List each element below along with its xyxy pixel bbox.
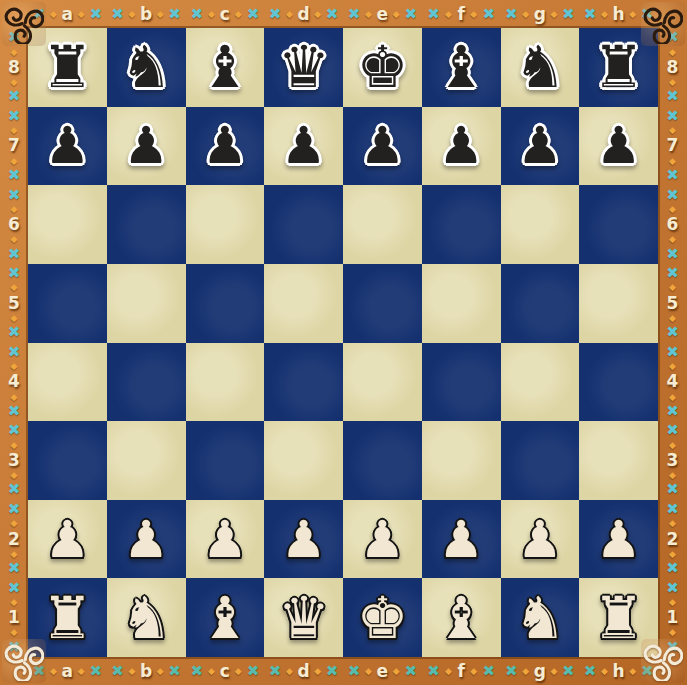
x-pattern-icon: ✖ <box>483 664 496 679</box>
piece-white-knight[interactable]: ♞ <box>501 578 580 657</box>
x-pattern-icon: ✖ <box>666 266 679 281</box>
diamond-icon: ◆ <box>669 235 676 244</box>
square-g8[interactable]: ♞ <box>501 28 580 107</box>
square-a5[interactable] <box>28 264 107 343</box>
diamond-icon: ◆ <box>470 10 477 19</box>
square-g4[interactable] <box>501 343 580 422</box>
diamond-icon: ◆ <box>669 314 676 323</box>
diamond-icon: ◆ <box>11 471 18 480</box>
diamond-icon: ◆ <box>78 667 85 676</box>
x-pattern-icon: ✖ <box>89 7 102 22</box>
piece-white-pawn[interactable]: ♟ <box>107 500 186 579</box>
coord-cell-7: ✖◆7◆✖ <box>0 107 28 186</box>
diamond-icon: ◆ <box>669 48 676 57</box>
square-h6[interactable] <box>579 185 658 264</box>
square-f4[interactable] <box>422 343 501 422</box>
square-b7[interactable]: ♟ <box>107 107 186 186</box>
diamond-icon: ◆ <box>669 157 676 166</box>
x-pattern-icon: ✖ <box>89 664 102 679</box>
rank-label-5: 5 <box>8 295 20 312</box>
rank-label-6: 6 <box>667 216 679 233</box>
coord-cell-g: ✖◆g◆✖ <box>501 0 580 28</box>
square-g3[interactable] <box>501 421 580 500</box>
diamond-icon: ◆ <box>78 10 85 19</box>
diamond-icon: ◆ <box>669 628 676 637</box>
square-e1[interactable]: ♚ <box>343 578 422 657</box>
coord-cell-3: ✖◆3◆✖ <box>658 421 687 500</box>
square-f1[interactable]: ♝ <box>422 578 501 657</box>
piece-black-pawn[interactable]: ♟ <box>343 107 422 186</box>
diamond-icon: ◆ <box>157 10 164 19</box>
diamond-icon: ◆ <box>11 48 18 57</box>
diamond-icon: ◆ <box>365 10 372 19</box>
diamond-icon: ◆ <box>208 667 215 676</box>
rank-label-3: 3 <box>8 452 20 469</box>
diamond-icon: ◆ <box>11 78 18 87</box>
square-b3[interactable] <box>107 421 186 500</box>
rank-label-1: 1 <box>8 609 20 626</box>
square-b5[interactable] <box>107 264 186 343</box>
diamond-icon: ◆ <box>208 10 215 19</box>
piece-black-pawn[interactable]: ♟ <box>422 107 501 186</box>
x-pattern-icon: ✖ <box>483 7 496 22</box>
diamond-icon: ◆ <box>629 10 636 19</box>
diamond-icon: ◆ <box>365 667 372 676</box>
diamond-icon: ◆ <box>669 471 676 480</box>
piece-black-queen[interactable]: ♛ <box>264 28 343 107</box>
square-c7[interactable]: ♟ <box>186 107 265 186</box>
coord-cell-b: ✖◆b◆✖ <box>107 0 186 28</box>
x-pattern-icon: ✖ <box>666 188 679 203</box>
diamond-icon: ◆ <box>11 157 18 166</box>
x-pattern-icon: ✖ <box>168 664 181 679</box>
rank-label-1: 1 <box>667 609 679 626</box>
square-b4[interactable] <box>107 343 186 422</box>
file-label-b: b <box>140 6 152 23</box>
file-label-e: e <box>377 6 389 23</box>
x-pattern-icon: ✖ <box>666 89 679 104</box>
square-d6[interactable] <box>264 185 343 264</box>
x-pattern-icon: ✖ <box>562 664 575 679</box>
x-pattern-icon: ✖ <box>8 325 21 340</box>
file-label-f: f <box>457 663 464 680</box>
x-pattern-icon: ✖ <box>8 423 21 438</box>
piece-white-pawn[interactable]: ♟ <box>501 500 580 579</box>
diamond-icon: ◆ <box>669 598 676 607</box>
triskelion-icon <box>643 4 683 44</box>
square-g6[interactable] <box>501 185 580 264</box>
square-c6[interactable] <box>186 185 265 264</box>
corner-ornament-top-right <box>641 2 685 46</box>
x-pattern-icon: ✖ <box>666 345 679 360</box>
x-pattern-icon: ✖ <box>326 664 339 679</box>
rank-label-3: 3 <box>667 452 679 469</box>
coord-cell-5: ✖◆5◆✖ <box>0 264 28 343</box>
piece-black-pawn[interactable]: ♟ <box>107 107 186 186</box>
square-a2[interactable]: ♟ <box>28 500 107 579</box>
diamond-icon: ◆ <box>669 205 676 214</box>
square-d7[interactable]: ♟ <box>264 107 343 186</box>
square-d4[interactable] <box>264 343 343 422</box>
x-pattern-icon: ✖ <box>247 7 260 22</box>
rank-label-8: 8 <box>667 59 679 76</box>
square-d1[interactable]: ♛ <box>264 578 343 657</box>
diamond-icon: ◆ <box>601 10 608 19</box>
diamond-icon: ◆ <box>669 283 676 292</box>
square-g1[interactable]: ♞ <box>501 578 580 657</box>
file-label-a: a <box>62 663 73 680</box>
x-pattern-icon: ✖ <box>348 7 361 22</box>
diamond-icon: ◆ <box>11 235 18 244</box>
file-label-h: h <box>613 663 625 680</box>
square-f8[interactable]: ♝ <box>422 28 501 107</box>
x-pattern-icon: ✖ <box>8 345 21 360</box>
diamond-icon: ◆ <box>551 10 558 19</box>
diamond-icon: ◆ <box>11 393 18 402</box>
rank-label-2: 2 <box>667 531 679 548</box>
file-labels-bottom: ✖◆a◆✖✖◆b◆✖✖◆c◆✖✖◆d◆✖✖◆e◆✖✖◆f◆✖✖◆g◆✖✖◆h◆✖ <box>28 657 658 685</box>
coord-cell-e: ✖◆e◆✖ <box>343 657 422 685</box>
diamond-icon: ◆ <box>286 10 293 19</box>
x-pattern-icon: ✖ <box>666 423 679 438</box>
x-pattern-icon: ✖ <box>8 89 21 104</box>
square-g2[interactable]: ♟ <box>501 500 580 579</box>
diamond-icon: ◆ <box>11 126 18 135</box>
x-pattern-icon: ✖ <box>326 7 339 22</box>
diamond-icon: ◆ <box>235 667 242 676</box>
square-b6[interactable] <box>107 185 186 264</box>
diamond-icon: ◆ <box>669 550 676 559</box>
x-pattern-icon: ✖ <box>584 7 597 22</box>
square-c2[interactable]: ♟ <box>186 500 265 579</box>
diamond-icon: ◆ <box>551 667 558 676</box>
triskelion-icon <box>4 4 44 44</box>
x-pattern-icon: ✖ <box>247 664 260 679</box>
piece-white-king[interactable]: ♚ <box>343 578 422 657</box>
x-pattern-icon: ✖ <box>404 664 417 679</box>
coord-cell-g: ✖◆g◆✖ <box>501 657 580 685</box>
coord-cell-3: ✖◆3◆✖ <box>0 421 28 500</box>
square-f5[interactable] <box>422 264 501 343</box>
piece-white-pawn[interactable]: ♟ <box>28 500 107 579</box>
x-pattern-icon: ✖ <box>168 7 181 22</box>
piece-white-queen[interactable]: ♛ <box>264 578 343 657</box>
diamond-icon: ◆ <box>445 10 452 19</box>
diamond-icon: ◆ <box>669 393 676 402</box>
piece-white-bishop[interactable]: ♝ <box>422 578 501 657</box>
square-e2[interactable]: ♟ <box>343 500 422 579</box>
x-pattern-icon: ✖ <box>8 502 21 517</box>
rank-label-4: 4 <box>8 373 20 390</box>
coord-cell-c: ✖◆c◆✖ <box>186 657 265 685</box>
piece-black-bishop[interactable]: ♝ <box>186 28 265 107</box>
diamond-icon: ◆ <box>669 441 676 450</box>
x-pattern-icon: ✖ <box>666 109 679 124</box>
piece-black-pawn[interactable]: ♟ <box>186 107 265 186</box>
diamond-icon: ◆ <box>470 667 477 676</box>
piece-white-pawn[interactable]: ♟ <box>579 500 658 579</box>
coord-cell-2: ✖◆2◆✖ <box>0 500 28 579</box>
coord-cell-6: ✖◆6◆✖ <box>0 185 28 264</box>
piece-white-pawn[interactable]: ♟ <box>186 500 265 579</box>
square-f6[interactable] <box>422 185 501 264</box>
square-d8[interactable]: ♛ <box>264 28 343 107</box>
diamond-icon: ◆ <box>11 205 18 214</box>
square-c3[interactable] <box>186 421 265 500</box>
square-b2[interactable]: ♟ <box>107 500 186 579</box>
diamond-icon: ◆ <box>11 441 18 450</box>
x-pattern-icon: ✖ <box>8 188 21 203</box>
coord-cell-4: ✖◆4◆✖ <box>658 343 687 422</box>
diamond-icon: ◆ <box>522 10 529 19</box>
square-e7[interactable]: ♟ <box>343 107 422 186</box>
x-pattern-icon: ✖ <box>8 247 21 262</box>
diamond-icon: ◆ <box>11 550 18 559</box>
coord-cell-e: ✖◆e◆✖ <box>343 0 422 28</box>
x-pattern-icon: ✖ <box>8 266 21 281</box>
square-a7[interactable]: ♟ <box>28 107 107 186</box>
diamond-icon: ◆ <box>669 126 676 135</box>
diamond-icon: ◆ <box>11 283 18 292</box>
corner-ornament-bottom-right <box>641 639 685 683</box>
diamond-icon: ◆ <box>669 78 676 87</box>
square-f7[interactable]: ♟ <box>422 107 501 186</box>
piece-black-bishop[interactable]: ♝ <box>422 28 501 107</box>
square-d5[interactable] <box>264 264 343 343</box>
diamond-icon: ◆ <box>50 667 57 676</box>
x-pattern-icon: ✖ <box>666 247 679 262</box>
x-pattern-icon: ✖ <box>427 664 440 679</box>
x-pattern-icon: ✖ <box>666 502 679 517</box>
diamond-icon: ◆ <box>157 667 164 676</box>
x-pattern-icon: ✖ <box>505 7 518 22</box>
triskelion-icon <box>4 641 44 681</box>
coord-cell-4: ✖◆4◆✖ <box>0 343 28 422</box>
diamond-icon: ◆ <box>629 667 636 676</box>
diamond-icon: ◆ <box>314 667 321 676</box>
board: ♜♞♝♛♚♝♞♜♟♟♟♟♟♟♟♟♟♟♟♟♟♟♟♟♜♞♝♛♚♝♞♜ <box>28 28 658 657</box>
x-pattern-icon: ✖ <box>269 7 282 22</box>
x-pattern-icon: ✖ <box>348 664 361 679</box>
triskelion-icon <box>643 641 683 681</box>
x-pattern-icon: ✖ <box>505 664 518 679</box>
diamond-icon: ◆ <box>11 519 18 528</box>
square-h3[interactable] <box>579 421 658 500</box>
corner-ornament-top-left <box>2 2 46 46</box>
square-d2[interactable]: ♟ <box>264 500 343 579</box>
coord-cell-2: ✖◆2◆✖ <box>658 500 687 579</box>
piece-black-knight[interactable]: ♞ <box>501 28 580 107</box>
file-label-b: b <box>140 663 152 680</box>
coord-cell-7: ✖◆7◆✖ <box>658 107 687 186</box>
piece-white-bishop[interactable]: ♝ <box>186 578 265 657</box>
piece-black-pawn[interactable]: ♟ <box>501 107 580 186</box>
x-pattern-icon: ✖ <box>8 581 21 596</box>
square-g5[interactable] <box>501 264 580 343</box>
square-e6[interactable] <box>343 185 422 264</box>
chess-board-frame: ✖◆a◆✖✖◆b◆✖✖◆c◆✖✖◆d◆✖✖◆e◆✖✖◆f◆✖✖◆g◆✖✖◆h◆✖… <box>0 0 687 685</box>
file-label-e: e <box>377 663 389 680</box>
diamond-icon: ◆ <box>445 667 452 676</box>
file-label-f: f <box>457 6 464 23</box>
piece-black-king[interactable]: ♚ <box>343 28 422 107</box>
x-pattern-icon: ✖ <box>666 404 679 419</box>
x-pattern-icon: ✖ <box>111 7 124 22</box>
file-label-g: g <box>534 663 546 680</box>
square-a6[interactable] <box>28 185 107 264</box>
coord-cell-f: ✖◆f◆✖ <box>422 657 501 685</box>
x-pattern-icon: ✖ <box>190 7 203 22</box>
x-pattern-icon: ✖ <box>427 7 440 22</box>
square-c1[interactable]: ♝ <box>186 578 265 657</box>
file-label-d: d <box>298 6 310 23</box>
square-g7[interactable]: ♟ <box>501 107 580 186</box>
piece-black-pawn[interactable]: ♟ <box>28 107 107 186</box>
coord-cell-c: ✖◆c◆✖ <box>186 0 265 28</box>
square-h7[interactable]: ♟ <box>579 107 658 186</box>
square-f2[interactable]: ♟ <box>422 500 501 579</box>
square-b8[interactable]: ♞ <box>107 28 186 107</box>
x-pattern-icon: ✖ <box>190 664 203 679</box>
piece-black-pawn[interactable]: ♟ <box>579 107 658 186</box>
square-h2[interactable]: ♟ <box>579 500 658 579</box>
diamond-icon: ◆ <box>669 362 676 371</box>
piece-black-knight[interactable]: ♞ <box>107 28 186 107</box>
x-pattern-icon: ✖ <box>404 7 417 22</box>
rank-label-4: 4 <box>667 373 679 390</box>
square-f3[interactable] <box>422 421 501 500</box>
file-label-d: d <box>298 663 310 680</box>
corner-ornament-bottom-left <box>2 639 46 683</box>
square-e5[interactable] <box>343 264 422 343</box>
square-c8[interactable]: ♝ <box>186 28 265 107</box>
x-pattern-icon: ✖ <box>111 664 124 679</box>
file-label-c: c <box>220 663 230 680</box>
square-e3[interactable] <box>343 421 422 500</box>
rank-label-5: 5 <box>667 295 679 312</box>
rank-label-7: 7 <box>8 137 20 154</box>
file-labels-top: ✖◆a◆✖✖◆b◆✖✖◆c◆✖✖◆d◆✖✖◆e◆✖✖◆f◆✖✖◆g◆✖✖◆h◆✖ <box>28 0 658 28</box>
file-label-h: h <box>613 6 625 23</box>
rank-labels-left: ✖◆8◆✖✖◆7◆✖✖◆6◆✖✖◆5◆✖✖◆4◆✖✖◆3◆✖✖◆2◆✖✖◆1◆✖ <box>0 28 28 657</box>
diamond-icon: ◆ <box>129 10 136 19</box>
rank-labels-right: ✖◆8◆✖✖◆7◆✖✖◆6◆✖✖◆5◆✖✖◆4◆✖✖◆3◆✖✖◆2◆✖✖◆1◆✖ <box>658 28 687 657</box>
x-pattern-icon: ✖ <box>666 168 679 183</box>
x-pattern-icon: ✖ <box>269 664 282 679</box>
x-pattern-icon: ✖ <box>562 7 575 22</box>
diamond-icon: ◆ <box>314 10 321 19</box>
square-d3[interactable] <box>264 421 343 500</box>
x-pattern-icon: ✖ <box>666 325 679 340</box>
piece-white-pawn[interactable]: ♟ <box>343 500 422 579</box>
diamond-icon: ◆ <box>393 10 400 19</box>
x-pattern-icon: ✖ <box>8 561 21 576</box>
diamond-icon: ◆ <box>129 667 136 676</box>
square-c5[interactable] <box>186 264 265 343</box>
coord-cell-d: ✖◆d◆✖ <box>264 0 343 28</box>
x-pattern-icon: ✖ <box>8 482 21 497</box>
square-a4[interactable] <box>28 343 107 422</box>
diamond-icon: ◆ <box>11 628 18 637</box>
diamond-icon: ◆ <box>11 598 18 607</box>
rank-label-7: 7 <box>667 137 679 154</box>
file-label-a: a <box>62 6 73 23</box>
coord-cell-b: ✖◆b◆✖ <box>107 657 186 685</box>
square-h5[interactable] <box>579 264 658 343</box>
diamond-icon: ◆ <box>393 667 400 676</box>
diamond-icon: ◆ <box>11 314 18 323</box>
rank-label-6: 6 <box>8 216 20 233</box>
square-b1[interactable]: ♞ <box>107 578 186 657</box>
file-label-g: g <box>534 6 546 23</box>
diamond-icon: ◆ <box>601 667 608 676</box>
piece-white-knight[interactable]: ♞ <box>107 578 186 657</box>
square-a3[interactable] <box>28 421 107 500</box>
diamond-icon: ◆ <box>669 519 676 528</box>
coord-cell-f: ✖◆f◆✖ <box>422 0 501 28</box>
square-e8[interactable]: ♚ <box>343 28 422 107</box>
rank-label-8: 8 <box>8 59 20 76</box>
square-h4[interactable] <box>579 343 658 422</box>
square-e4[interactable] <box>343 343 422 422</box>
square-c4[interactable] <box>186 343 265 422</box>
x-pattern-icon: ✖ <box>666 482 679 497</box>
diamond-icon: ◆ <box>286 667 293 676</box>
diamond-icon: ◆ <box>11 362 18 371</box>
rank-label-2: 2 <box>8 531 20 548</box>
x-pattern-icon: ✖ <box>666 561 679 576</box>
coord-cell-5: ✖◆5◆✖ <box>658 264 687 343</box>
file-label-c: c <box>220 6 230 23</box>
diamond-icon: ◆ <box>50 10 57 19</box>
coord-cell-6: ✖◆6◆✖ <box>658 185 687 264</box>
x-pattern-icon: ✖ <box>584 664 597 679</box>
x-pattern-icon: ✖ <box>666 581 679 596</box>
diamond-icon: ◆ <box>235 10 242 19</box>
x-pattern-icon: ✖ <box>8 168 21 183</box>
piece-white-pawn[interactable]: ♟ <box>422 500 501 579</box>
x-pattern-icon: ✖ <box>8 404 21 419</box>
piece-white-pawn[interactable]: ♟ <box>264 500 343 579</box>
diamond-icon: ◆ <box>522 667 529 676</box>
coord-cell-d: ✖◆d◆✖ <box>264 657 343 685</box>
piece-black-pawn[interactable]: ♟ <box>264 107 343 186</box>
x-pattern-icon: ✖ <box>8 109 21 124</box>
